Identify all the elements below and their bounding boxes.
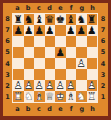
rank-label-6: 6	[3, 37, 12, 45]
square-g3[interactable]	[76, 69, 87, 80]
white-knight-outline: ♘	[76, 91, 87, 102]
black-pawn[interactable]: ♟	[34, 25, 45, 36]
rank-label-8: 8	[98, 15, 108, 23]
file-label-f: f	[66, 103, 77, 116]
square-a6[interactable]	[13, 36, 24, 47]
square-h5[interactable]	[87, 47, 98, 58]
white-queen-outline: ♕	[45, 91, 56, 102]
square-d5[interactable]	[45, 47, 56, 58]
square-f6[interactable]	[66, 36, 77, 47]
white-king-outline: ♔	[55, 91, 66, 102]
white-rook-outline: ♖	[13, 91, 24, 102]
white-bishop-outline: ♗	[66, 91, 77, 102]
square-f4[interactable]	[66, 58, 77, 69]
black-king[interactable]: ♚	[55, 14, 66, 25]
square-d7[interactable]: ♟	[45, 25, 56, 36]
square-e8[interactable]: ♚	[55, 14, 66, 25]
rank-label-5: 5	[3, 48, 12, 56]
black-pawn[interactable]: ♟	[66, 25, 77, 36]
white-king[interactable]: ♚♔	[55, 91, 66, 102]
white-bishop-outline: ♗	[34, 91, 45, 102]
rank-label-7: 7	[98, 26, 108, 34]
white-rook[interactable]: ♜♖	[87, 91, 98, 102]
square-e5[interactable]: ♟	[55, 47, 66, 58]
file-label-a: a	[12, 103, 23, 116]
white-knight-outline: ♘	[24, 91, 35, 102]
rank-label-4: 4	[3, 60, 12, 68]
square-b5[interactable]	[24, 47, 35, 58]
rank-label-5: 5	[98, 48, 108, 56]
square-h7[interactable]: ♟	[87, 25, 98, 36]
rank-label-2: 2	[3, 82, 12, 90]
white-knight[interactable]: ♞♘	[76, 91, 87, 102]
file-label-e: e	[55, 103, 66, 116]
file-labels-top: abcdefgh	[12, 3, 98, 13]
white-rook[interactable]: ♜♖	[13, 91, 24, 102]
rank-label-8: 8	[3, 15, 12, 23]
rank-label-3: 3	[3, 71, 12, 79]
file-labels-bottom: abcdefgh	[12, 103, 98, 116]
rank-label-1: 1	[3, 93, 12, 101]
rank-label-3: 3	[98, 71, 108, 79]
square-g1[interactable]: ♞♘	[76, 91, 87, 102]
white-rook-outline: ♖	[87, 91, 98, 102]
rank-labels-left: 87654321	[3, 13, 12, 103]
chess-diagram: abcdefgh 87654321 ♜♞♝♛♚♝♞♜♟♟♟♟♟♟♟♟♟♙♟♙♟♙…	[0, 0, 111, 120]
square-h1[interactable]: ♜♖	[87, 91, 98, 102]
square-g7[interactable]: ♟	[76, 25, 87, 36]
rank-label-7: 7	[3, 26, 12, 34]
square-c7[interactable]: ♟	[34, 25, 45, 36]
square-d6[interactable]	[45, 36, 56, 47]
file-label-c: c	[34, 103, 45, 116]
square-d4[interactable]	[45, 58, 56, 69]
black-pawn[interactable]: ♟	[76, 25, 87, 36]
square-c6[interactable]	[34, 36, 45, 47]
file-label-b: b	[23, 103, 34, 116]
white-pawn[interactable]: ♟♙	[76, 58, 87, 69]
rank-label-6: 6	[98, 37, 108, 45]
square-a7[interactable]: ♟	[13, 25, 24, 36]
square-h4[interactable]	[87, 58, 98, 69]
white-queen[interactable]: ♛♕	[45, 91, 56, 102]
square-d1[interactable]: ♛♕	[45, 91, 56, 102]
rank-label-4: 4	[98, 60, 108, 68]
white-knight[interactable]: ♞♘	[24, 91, 35, 102]
square-a5[interactable]	[13, 47, 24, 58]
square-b6[interactable]	[24, 36, 35, 47]
black-pawn[interactable]: ♟	[55, 47, 66, 58]
square-g6[interactable]	[76, 36, 87, 47]
square-b4[interactable]	[24, 58, 35, 69]
square-f1[interactable]: ♝♗	[66, 91, 77, 102]
file-label-g: g	[77, 103, 88, 116]
board-margin: abcdefgh 87654321 ♜♞♝♛♚♝♞♜♟♟♟♟♟♟♟♟♟♙♟♙♟♙…	[3, 3, 108, 116]
square-f5[interactable]	[66, 47, 77, 58]
square-c1[interactable]: ♝♗	[34, 91, 45, 102]
square-c5[interactable]	[34, 47, 45, 58]
black-pawn[interactable]: ♟	[87, 25, 98, 36]
square-b1[interactable]: ♞♘	[24, 91, 35, 102]
file-label-d: d	[44, 103, 55, 116]
square-e7[interactable]	[55, 25, 66, 36]
square-f7[interactable]: ♟	[66, 25, 77, 36]
white-bishop[interactable]: ♝♗	[66, 91, 77, 102]
black-pawn[interactable]: ♟	[24, 25, 35, 36]
square-e4[interactable]	[55, 58, 66, 69]
white-bishop[interactable]: ♝♗	[34, 91, 45, 102]
square-e1[interactable]: ♚♔	[55, 91, 66, 102]
white-pawn-outline: ♙	[76, 58, 87, 69]
rank-label-2: 2	[98, 82, 108, 90]
square-c4[interactable]	[34, 58, 45, 69]
rank-label-1: 1	[98, 93, 108, 101]
square-h6[interactable]	[87, 36, 98, 47]
square-a4[interactable]	[13, 58, 24, 69]
square-g4[interactable]: ♟♙	[76, 58, 87, 69]
black-pawn[interactable]: ♟	[13, 25, 24, 36]
black-pawn[interactable]: ♟	[45, 25, 56, 36]
rank-labels-right: 87654321	[98, 13, 108, 103]
file-label-h: h	[87, 103, 98, 116]
chess-board: ♜♞♝♛♚♝♞♜♟♟♟♟♟♟♟♟♟♙♟♙♟♙♟♙♟♙♟♙♟♙♟♙♜♖♞♘♝♗♛♕…	[12, 13, 98, 103]
square-a1[interactable]: ♜♖	[13, 91, 24, 102]
square-b7[interactable]: ♟	[24, 25, 35, 36]
